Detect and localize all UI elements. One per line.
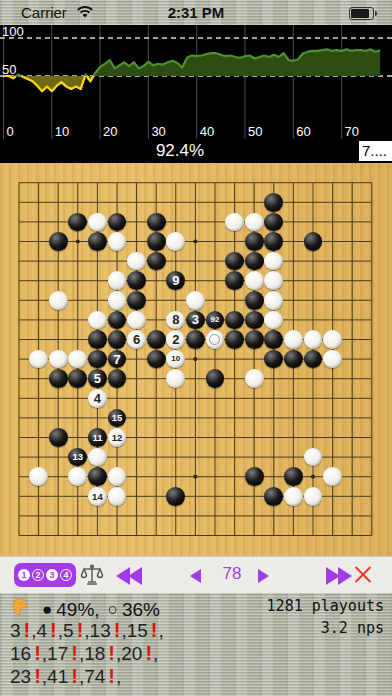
white-dot: ○ [108,600,118,620]
black-stone [284,350,303,369]
white-stone [245,369,264,388]
svg-text:40: 40 [200,124,214,139]
white-stone [88,213,107,232]
white-winrate: 36% [122,599,160,621]
status-bar: Carrier 2:31 PM [0,0,392,25]
fast-forward-icon-2[interactable] [338,567,352,585]
white-stone [108,487,127,506]
fast-rewind-icon-2[interactable] [128,567,142,585]
move-list-line: 3!,4!,5!,13!,15!, [10,619,164,642]
white-stone [108,291,127,310]
white-stone [49,350,68,369]
svg-text:30: 30 [151,124,165,139]
black-stone [245,252,264,271]
white-stone-move-6: 6 [127,330,146,349]
move-number: 13 [90,620,111,641]
white-stone [49,291,68,310]
white-stone [127,311,146,330]
white-stone [245,213,264,232]
current-move-number: 78 [210,564,254,584]
exclamation-mark: ! [71,665,78,687]
close-icon[interactable] [354,565,372,583]
move-number: 23 [10,666,31,687]
battery-icon [349,7,374,20]
exclamation-mark: ! [151,619,158,641]
score-estimate-scale-icon[interactable] [80,563,104,591]
move-number: 4 [37,620,48,641]
black-stone [49,428,68,447]
black-stone [166,487,185,506]
black-dot: ● [42,600,52,620]
white-stone-move-14: 14 [88,487,107,506]
black-stone [88,350,107,369]
white-stone [304,487,323,506]
exclamation-mark: ! [108,665,115,687]
black-stone [284,467,303,486]
move-number: 20 [121,643,142,664]
circled-number-4: 4 [60,569,72,581]
svg-text:70: 70 [345,124,359,139]
winrate-chart: 50100010203040506070 [0,25,392,139]
next-move-icon[interactable] [258,569,269,583]
svg-text:10: 10 [55,124,69,139]
move-number: 17 [47,643,68,664]
black-stone [245,467,264,486]
circled-number-2: 2 [32,569,44,581]
move-number: 16 [10,643,31,664]
move-number: 5 [63,620,74,641]
black-stone [245,232,264,251]
exclamation-mark: ! [145,642,152,664]
white-stone [304,330,323,349]
black-stone [147,213,166,232]
black-stone [186,330,205,349]
black-stone [127,271,146,290]
nps-value: 3.2 nps [321,619,384,637]
move-number: 18 [84,643,105,664]
black-stone [225,311,244,330]
exclamation-mark: ! [50,619,57,641]
prev-move-icon[interactable] [190,569,201,583]
highlighted-move-list: 3!,4!,5!,13!,15!,16!,17!,18!,20!,23!,41!… [10,619,164,688]
black-stone [245,311,264,330]
black-stone [88,467,107,486]
black-stone [49,369,68,388]
white-stone [108,232,127,251]
engine-info-panel: ● 49%, ○ 36% 1281 playouts 3.2 nps 3!,4!… [0,592,392,696]
black-stone [147,232,166,251]
white-stone [166,232,185,251]
black-stone [127,291,146,310]
black-stone [264,232,283,251]
black-winrate: 49%, [56,599,99,621]
white-stone-move-2: 2 [166,330,185,349]
svg-text:0: 0 [7,124,14,139]
white-stone-move-4: 4 [88,389,107,408]
exclamation-mark: ! [71,642,78,664]
black-stone [108,330,127,349]
white-stone [186,291,205,310]
move-numbers-toggle-button[interactable]: 1234 [14,563,76,587]
white-stone [323,467,342,486]
svg-text:60: 60 [296,124,310,139]
white-stone-move-12: 12 [108,428,127,447]
exclamation-mark: ! [108,642,115,664]
circled-number-1: 1 [18,569,30,581]
black-stone [245,291,264,310]
move-number: 15 [127,620,148,641]
black-stone [225,330,244,349]
eval-bar: 92.4% 7.... [0,139,392,163]
svg-text:100: 100 [2,25,24,39]
move-list-line: 23!,41!,74!, [10,665,164,688]
black-stone [264,487,283,506]
exclamation-mark: ! [34,665,41,687]
move-number-box[interactable]: 7.... [359,141,392,161]
white-stone [323,330,342,349]
exclamation-mark: ! [77,619,84,641]
move-number: 74 [84,666,105,687]
black-stone [304,232,323,251]
black-stone [49,232,68,251]
winrate-value: 92.4% [0,141,360,161]
black-stone [264,330,283,349]
black-stone [147,330,166,349]
move-number: 3 [10,620,21,641]
white-stone [88,311,107,330]
playouts-count: 1281 playouts [267,597,384,615]
black-stone [264,193,283,212]
svg-text:20: 20 [103,124,117,139]
white-stone [284,487,303,506]
svg-text:50: 50 [2,62,16,77]
black-stone [88,232,107,251]
white-stone [206,330,225,349]
black-stone [225,271,244,290]
circled-number-3: 3 [46,569,58,581]
white-stone [29,467,48,486]
white-stone [225,213,244,232]
white-stone [284,330,303,349]
go-board[interactable]: 9839262710541511121314 [0,163,392,556]
black-stone-move-11: 11 [88,428,107,447]
move-number: 41 [47,666,68,687]
status-time: 2:31 PM [0,4,392,21]
black-stone [147,350,166,369]
white-stone [245,271,264,290]
white-stone [88,448,107,467]
exclamation-mark: ! [24,619,31,641]
white-stone [264,291,283,310]
exclamation-mark: ! [34,642,41,664]
svg-text:50: 50 [248,124,262,139]
move-list-line: 16!,17!,18!,20!, [10,642,164,665]
black-stone [147,252,166,271]
black-stone [245,330,264,349]
exclamation-mark: ! [114,619,121,641]
playback-toolbar: 1234 78 [0,556,392,593]
black-stone-move-3: 3 [186,311,205,330]
black-stone [88,330,107,349]
black-stone-move-5: 5 [88,369,107,388]
current-move-ring-marker [209,334,220,345]
